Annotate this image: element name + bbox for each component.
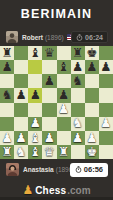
piece-black-knight: ♞ — [1, 89, 12, 102]
piece-black-pawn: ♟ — [58, 89, 69, 102]
piece-white-knight: ♞ — [16, 145, 27, 158]
bottom-band — [0, 197, 113, 200]
square-c3[interactable]: ♟ — [28, 117, 42, 131]
square-e2[interactable] — [57, 131, 71, 145]
square-b3[interactable] — [14, 117, 28, 131]
chess-board[interactable]: ♜♝♛♜♚♟♝♟♟♟♟♞♞♟♟♟♟♟♞♟♟♟♝♟♟♟♜♞♝♛♜♚ — [0, 46, 113, 159]
brand-footer: ♟ Chess .com — [0, 180, 113, 200]
piece-black-pawn: ♟ — [100, 60, 111, 73]
piece-black-pawn: ♟ — [72, 60, 83, 73]
square-e5[interactable]: ♟ — [57, 88, 71, 102]
square-f5[interactable] — [71, 88, 85, 102]
piece-black-rook: ♜ — [72, 46, 83, 59]
player-clock: 06:56 — [70, 163, 108, 177]
square-e3[interactable] — [57, 117, 71, 131]
square-b5[interactable]: ♟ — [14, 88, 28, 102]
square-a1[interactable]: ♜ — [0, 145, 14, 159]
piece-white-bishop: ♝ — [30, 145, 41, 158]
square-b1[interactable]: ♞ — [14, 145, 28, 159]
square-d2[interactable]: ♟ — [42, 131, 56, 145]
piece-white-rook: ♜ — [58, 145, 69, 158]
piece-black-rook: ♜ — [1, 46, 12, 59]
square-d3[interactable] — [42, 117, 56, 131]
square-d6[interactable]: ♟ — [42, 74, 56, 88]
piece-black-queen: ♛ — [44, 46, 55, 59]
square-g6[interactable] — [85, 74, 99, 88]
square-b7[interactable] — [14, 60, 28, 74]
piece-black-pawn: ♟ — [30, 89, 41, 102]
square-f3[interactable]: ♞ — [71, 117, 85, 131]
square-a3[interactable] — [0, 117, 14, 131]
piece-white-pawn: ♟ — [72, 131, 83, 144]
square-e8[interactable] — [57, 46, 71, 60]
square-b2[interactable]: ♟ — [14, 131, 28, 145]
piece-white-pawn: ♟ — [58, 103, 69, 116]
piece-black-pawn: ♟ — [16, 89, 27, 102]
square-h6[interactable] — [99, 74, 113, 88]
square-d5[interactable] — [42, 88, 56, 102]
square-d7[interactable] — [42, 60, 56, 74]
square-g2[interactable]: ♟ — [85, 131, 99, 145]
piece-white-pawn: ♟ — [44, 131, 55, 144]
square-c2[interactable]: ♝ — [28, 131, 42, 145]
square-c1[interactable]: ♝ — [28, 145, 42, 159]
piece-black-knight: ♞ — [72, 75, 83, 88]
square-a4[interactable] — [0, 103, 14, 117]
square-a2[interactable]: ♟ — [0, 131, 14, 145]
piece-white-pawn: ♟ — [100, 117, 111, 130]
player-info: Anastasia (1896) — [23, 166, 70, 173]
square-c7[interactable] — [28, 60, 42, 74]
clock-icon — [75, 166, 82, 173]
piece-black-pawn: ♟ — [86, 60, 97, 73]
chesscom-pawn-logo-icon: ♟ — [22, 184, 33, 196]
square-f2[interactable]: ♟ — [71, 131, 85, 145]
square-f7[interactable]: ♟ — [71, 60, 85, 74]
square-a7[interactable]: ♟ — [0, 60, 14, 74]
square-f6[interactable]: ♞ — [71, 74, 85, 88]
square-h5[interactable] — [99, 88, 113, 102]
piece-black-pawn: ♟ — [1, 60, 12, 73]
square-e4[interactable]: ♟ — [57, 103, 71, 117]
opponent-clock-time: 06:24 — [85, 34, 103, 41]
opponent-info: Robert (1896) — [22, 34, 71, 41]
chess-app-screen: BERIMAIN Robert (1896) 06:24 ♜♝♛♜♚♟♝♟♟♟♟… — [0, 0, 113, 200]
page-title: BERIMAIN — [21, 7, 92, 21]
square-e7[interactable]: ♝ — [57, 60, 71, 74]
square-d8[interactable]: ♛ — [42, 46, 56, 60]
square-e6[interactable] — [57, 74, 71, 88]
square-h2[interactable] — [99, 131, 113, 145]
square-b4[interactable] — [14, 103, 28, 117]
square-d1[interactable]: ♛ — [42, 145, 56, 159]
avatar[interactable] — [6, 163, 19, 176]
piece-white-queen: ♛ — [44, 145, 55, 158]
piece-white-knight: ♞ — [72, 117, 83, 130]
square-f8[interactable]: ♜ — [71, 46, 85, 60]
square-c4[interactable] — [28, 103, 42, 117]
piece-black-bishop: ♝ — [30, 46, 41, 59]
square-h1[interactable] — [99, 145, 113, 159]
piece-white-pawn: ♟ — [1, 131, 12, 144]
piece-black-pawn: ♟ — [44, 75, 55, 88]
brand-suffix-text: .com — [67, 185, 90, 196]
opponent-name: Robert — [22, 34, 43, 41]
opponent-row: Robert (1896) 06:24 — [0, 28, 113, 46]
piece-black-bishop: ♝ — [58, 60, 69, 73]
square-f4[interactable] — [71, 103, 85, 117]
brand-text: Chess — [35, 185, 66, 196]
square-c8[interactable]: ♝ — [28, 46, 42, 60]
piece-white-bishop: ♝ — [30, 131, 41, 144]
square-c5[interactable]: ♟ — [28, 88, 42, 102]
square-g1[interactable]: ♚ — [85, 145, 99, 159]
square-g4[interactable] — [85, 103, 99, 117]
piece-white-pawn: ♟ — [86, 131, 97, 144]
piece-white-pawn: ♟ — [16, 131, 27, 144]
square-h4[interactable] — [99, 103, 113, 117]
square-e1[interactable]: ♜ — [57, 145, 71, 159]
square-f1[interactable] — [71, 145, 85, 159]
square-d4[interactable] — [42, 103, 56, 117]
piece-white-king: ♚ — [86, 145, 97, 158]
square-c6[interactable] — [28, 74, 42, 88]
opponent-clock: 06:24 — [71, 31, 108, 43]
player-row: Anastasia (1896) 06:56 — [0, 159, 113, 180]
square-b6[interactable] — [14, 74, 28, 88]
title-bar: BERIMAIN — [0, 0, 113, 28]
player-clock-time: 06:56 — [84, 165, 103, 174]
piece-white-pawn: ♟ — [30, 117, 41, 130]
square-g5[interactable] — [85, 88, 99, 102]
square-h7[interactable]: ♟ — [99, 60, 113, 74]
square-g3[interactable] — [85, 117, 99, 131]
avatar[interactable] — [6, 31, 18, 43]
clock-icon — [76, 34, 83, 41]
piece-white-rook: ♜ — [1, 145, 12, 158]
square-h3[interactable]: ♟ — [99, 117, 113, 131]
player-name: Anastasia — [23, 166, 54, 173]
square-a5[interactable]: ♞ — [0, 88, 14, 102]
opponent-rating: (1896) — [45, 34, 64, 41]
square-a8[interactable]: ♜ — [0, 46, 14, 60]
square-g7[interactable]: ♟ — [85, 60, 99, 74]
piece-black-king: ♚ — [86, 46, 97, 59]
square-g8[interactable]: ♚ — [85, 46, 99, 60]
square-b8[interactable] — [14, 46, 28, 60]
square-h8[interactable] — [99, 46, 113, 60]
square-a6[interactable] — [0, 74, 14, 88]
